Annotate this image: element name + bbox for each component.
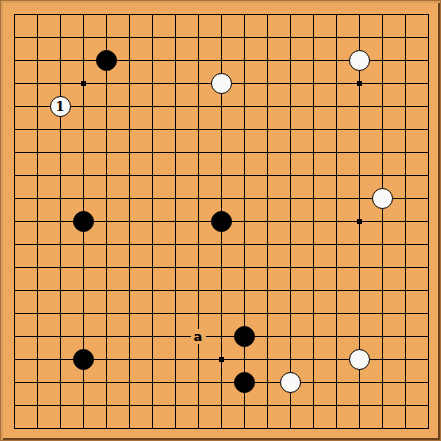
- star-point: [219, 357, 224, 362]
- star-point: [81, 81, 86, 86]
- stone-black-K10: [211, 211, 232, 232]
- stone-black-D10: [73, 211, 94, 232]
- stone-black-D4: [73, 349, 94, 370]
- move-number-label: 1: [55, 99, 64, 112]
- star-point: [357, 81, 362, 86]
- go-board[interactable]: a1: [0, 0, 441, 441]
- star-point: [357, 219, 362, 224]
- stone-white-Q17: [349, 50, 370, 71]
- stone-black-E17: [96, 50, 117, 71]
- stone-white-N3: [280, 372, 301, 393]
- stone-black-L3: [234, 372, 255, 393]
- stone-white-R11: [372, 188, 393, 209]
- stone-black-L5: [234, 326, 255, 347]
- stone-white-1-C15: 1: [50, 96, 71, 117]
- point-label-a: a: [191, 329, 206, 344]
- stone-white-K16: [211, 73, 232, 94]
- stone-white-Q4: [349, 349, 370, 370]
